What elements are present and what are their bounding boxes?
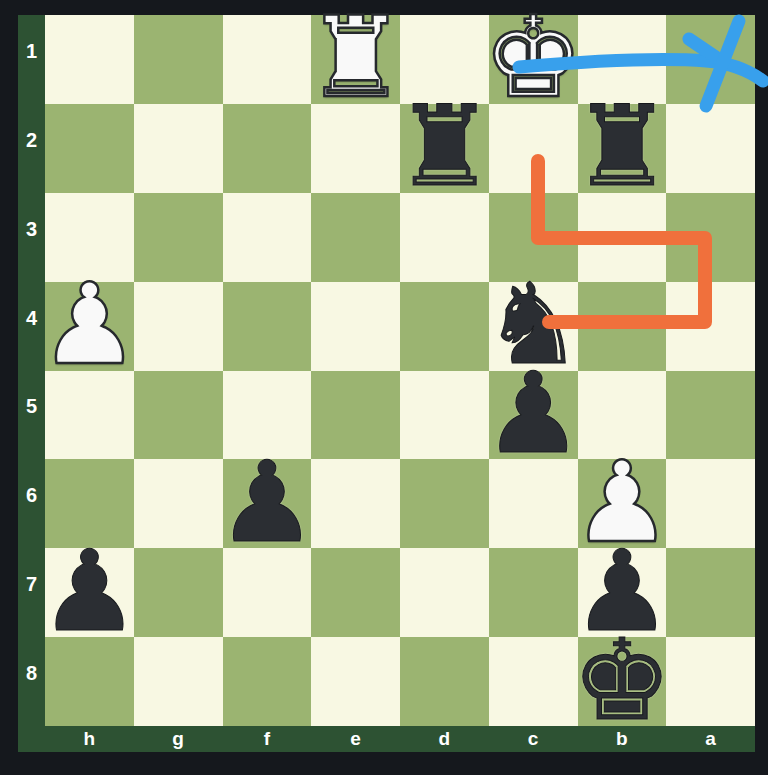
square-c8[interactable] (489, 637, 578, 726)
square-h4[interactable]: ♟ (45, 282, 134, 371)
file-label-f: f (223, 726, 312, 752)
square-g2[interactable] (134, 104, 223, 193)
square-e6[interactable] (311, 459, 400, 548)
square-f1[interactable] (223, 15, 312, 104)
square-e2[interactable] (311, 104, 400, 193)
file-label-g: g (134, 726, 223, 752)
white-rook-piece[interactable]: ♜ (305, 1, 405, 113)
black-pawn-piece[interactable]: ♟ (39, 535, 139, 647)
square-a4[interactable] (666, 282, 755, 371)
white-pawn-piece[interactable]: ♟ (39, 268, 139, 380)
square-h5[interactable] (45, 371, 134, 460)
square-f4[interactable] (223, 282, 312, 371)
square-f3[interactable] (223, 193, 312, 282)
square-b4[interactable] (578, 282, 667, 371)
rank-label-1: 1 (18, 15, 45, 104)
square-b3[interactable] (578, 193, 667, 282)
black-king-piece[interactable]: ♚ (572, 624, 672, 736)
chess-board: 1♜♚2♜♜34♟♞5♟6♟♟7♟♟8♚hgfedcba (18, 15, 755, 752)
white-king-piece[interactable]: ♚ (483, 1, 583, 113)
square-a3[interactable] (666, 193, 755, 282)
square-f2[interactable] (223, 104, 312, 193)
file-label-c: c (489, 726, 578, 752)
black-pawn-piece[interactable]: ♟ (217, 446, 317, 558)
square-d4[interactable] (400, 282, 489, 371)
square-c6[interactable] (489, 459, 578, 548)
square-f8[interactable] (223, 637, 312, 726)
square-h2[interactable] (45, 104, 134, 193)
square-c2[interactable] (489, 104, 578, 193)
square-a8[interactable] (666, 637, 755, 726)
square-a2[interactable] (666, 104, 755, 193)
square-h8[interactable] (45, 637, 134, 726)
square-e5[interactable] (311, 371, 400, 460)
square-e4[interactable] (311, 282, 400, 371)
square-d6[interactable] (400, 459, 489, 548)
square-g6[interactable] (134, 459, 223, 548)
square-b8[interactable]: ♚ (578, 637, 667, 726)
rank-label-2: 2 (18, 104, 45, 193)
square-c1[interactable]: ♚ (489, 15, 578, 104)
file-label-e: e (311, 726, 400, 752)
square-e7[interactable] (311, 548, 400, 637)
square-e8[interactable] (311, 637, 400, 726)
square-c7[interactable] (489, 548, 578, 637)
chess-lesson-screen: 1♜♚2♜♜34♟♞5♟6♟♟7♟♟8♚hgfedcba (0, 0, 768, 775)
file-label-d: d (400, 726, 489, 752)
square-h1[interactable] (45, 15, 134, 104)
square-g3[interactable] (134, 193, 223, 282)
square-d3[interactable] (400, 193, 489, 282)
square-g7[interactable] (134, 548, 223, 637)
black-rook-piece[interactable]: ♜ (394, 90, 494, 202)
square-a6[interactable] (666, 459, 755, 548)
square-g1[interactable] (134, 15, 223, 104)
square-f6[interactable]: ♟ (223, 459, 312, 548)
black-rook-piece[interactable]: ♜ (572, 90, 672, 202)
square-f7[interactable] (223, 548, 312, 637)
square-g5[interactable] (134, 371, 223, 460)
square-b2[interactable]: ♜ (578, 104, 667, 193)
square-d2[interactable]: ♜ (400, 104, 489, 193)
square-g4[interactable] (134, 282, 223, 371)
square-d7[interactable] (400, 548, 489, 637)
board-corner (18, 726, 45, 752)
square-a1[interactable] (666, 15, 755, 104)
square-d8[interactable] (400, 637, 489, 726)
square-g8[interactable] (134, 637, 223, 726)
square-c5[interactable]: ♟ (489, 371, 578, 460)
square-e3[interactable] (311, 193, 400, 282)
file-label-h: h (45, 726, 134, 752)
black-pawn-piece[interactable]: ♟ (483, 357, 583, 469)
square-a5[interactable] (666, 371, 755, 460)
square-h7[interactable]: ♟ (45, 548, 134, 637)
square-e1[interactable]: ♜ (311, 15, 400, 104)
square-a7[interactable] (666, 548, 755, 637)
file-label-a: a (666, 726, 755, 752)
square-d5[interactable] (400, 371, 489, 460)
